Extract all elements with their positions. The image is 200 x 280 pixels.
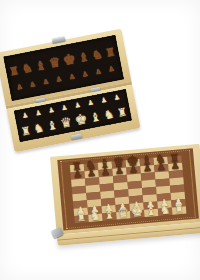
square-a1: ♜ [74,215,89,223]
stored-piece-rook: ♜ [20,125,32,138]
stored-piece-pawn: ♟ [100,96,108,104]
stored-piece-rook: ♜ [8,65,20,78]
square-f1: ♝ [144,209,159,217]
stored-piece-pawn: ♟ [95,68,103,76]
piece-white-bishop: ♝ [102,208,117,221]
stored-piece-pawn: ♟ [68,73,76,81]
square-b1: ♞ [88,214,103,222]
piece-white-knight: ♞ [88,209,103,222]
stored-piece-pawn: ♟ [113,94,121,102]
stored-piece-bishop: ♝ [46,119,59,133]
chess-board: ♜♞♝♛♚♝♞♜♟♟♟♟♟♟♟♟♟♟♟♟♟♟♟♟♜♞♝♛♚♝♞♜ [70,155,187,223]
stored-piece-bishop: ♝ [77,50,90,64]
stored-piece-pawn: ♟ [87,99,95,107]
square-c1: ♝ [102,212,117,220]
stored-piece-pawn: ♟ [16,84,24,92]
stored-piece-queen: ♛ [59,115,73,130]
stored-piece-rook: ♜ [105,46,117,59]
square-d1: ♛ [116,211,131,219]
stored-piece-knight: ♞ [33,122,46,136]
piece-white-queen: ♛ [116,206,131,220]
stored-piece-queen: ♛ [48,55,62,70]
board-top-surface: ♜♞♝♛♚♝♞♜♟♟♟♟♟♟♟♟♟♟♟♟♟♟♟♟♜♞♝♛♚♝♞♜ [50,144,200,235]
stored-piece-bishop: ♝ [89,111,102,125]
piece-white-king: ♚ [129,204,144,219]
box-clasp-icon [52,37,66,44]
stored-piece-pawn: ♟ [29,81,37,89]
box-front-clasp-icon [71,133,83,140]
stored-piece-pawn: ♟ [82,71,90,79]
stored-piece-knight: ♞ [91,48,104,62]
stored-piece-pawn: ♟ [22,112,30,120]
stored-piece-bishop: ♝ [34,59,47,73]
stored-piece-king: ♚ [62,51,77,67]
stored-piece-pawn: ♟ [35,109,43,117]
square-h1: ♜ [172,206,187,214]
stored-piece-pawn: ♟ [55,76,63,84]
square-e1: ♚ [130,210,145,218]
stored-piece-pawn: ♟ [61,104,69,112]
stored-piece-knight: ♞ [21,61,34,75]
chess-board-assembly: ♜♞♝♛♚♝♞♜♟♟♟♟♟♟♟♟♟♟♟♟♟♟♟♟♜♞♝♛♚♝♞♜ [50,144,200,249]
stored-piece-pawn: ♟ [42,79,50,87]
stored-piece-pawn: ♟ [108,66,116,74]
stored-piece-rook: ♜ [116,107,128,120]
chess-box-open: ♜♞♝♛♚♝♞♜ ♟♟♟♟♟♟♟♟ ♟♟♟♟♟♟♟♟ ♜♞♝♛♚♝♞♜ [0,29,140,153]
piece-white-bishop: ♝ [144,204,159,217]
stored-piece-pawn: ♟ [48,107,56,115]
square-g1: ♞ [158,207,173,215]
chess-set-product-photo[interactable]: ♜♞♝♛♚♝♞♜ ♟♟♟♟♟♟♟♟ ♟♟♟♟♟♟♟♟ ♜♞♝♛♚♝♞♜ ♜♞♝♛… [0,0,200,280]
stored-piece-pawn: ♟ [74,102,82,110]
piece-white-knight: ♞ [158,203,173,216]
stored-piece-king: ♚ [74,111,89,127]
stored-piece-knight: ♞ [103,108,116,122]
piece-white-rook: ♜ [74,211,89,223]
piece-white-rook: ♜ [172,203,187,215]
